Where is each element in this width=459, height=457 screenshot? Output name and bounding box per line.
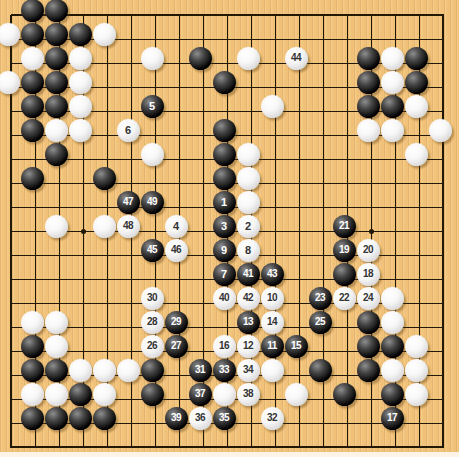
go-stone-black <box>45 71 68 94</box>
go-stone-black <box>357 359 380 382</box>
go-stone-black <box>21 95 44 118</box>
grid-line <box>275 15 276 448</box>
move-number: 21 <box>339 221 349 231</box>
go-stone-white <box>381 119 404 142</box>
move-number: 30 <box>147 293 157 303</box>
go-stone-white <box>45 311 68 334</box>
go-stone-black: 49 <box>141 191 164 214</box>
move-number: 37 <box>195 389 205 399</box>
move-number: 24 <box>363 293 373 303</box>
go-stone-black <box>69 383 92 406</box>
go-stone-black: 15 <box>285 335 308 358</box>
go-stone-white <box>69 359 92 382</box>
go-stone-white <box>357 119 380 142</box>
move-number: 29 <box>171 317 181 327</box>
go-stone-white <box>429 119 452 142</box>
go-stone-white: 46 <box>165 239 188 262</box>
go-stone-black: 29 <box>165 311 188 334</box>
go-stone-black: 27 <box>165 335 188 358</box>
move-number: 25 <box>315 317 325 327</box>
go-stone-white: 48 <box>117 215 140 238</box>
go-stone-black <box>21 335 44 358</box>
grid-line <box>323 15 324 448</box>
go-board-diagram: 4456474914843221454698192074143183040421… <box>0 0 459 457</box>
go-stone-white: 28 <box>141 311 164 334</box>
go-stone-white <box>21 47 44 70</box>
move-number: 40 <box>219 293 229 303</box>
move-number: 49 <box>147 197 157 207</box>
go-stone-white <box>213 383 236 406</box>
go-stone-black <box>309 359 332 382</box>
move-number: 27 <box>171 341 181 351</box>
go-stone-black <box>405 71 428 94</box>
go-stone-black <box>189 47 212 70</box>
move-number: 15 <box>291 341 301 351</box>
go-stone-white <box>405 359 428 382</box>
grid-line <box>11 327 444 328</box>
go-stone-black: 25 <box>309 311 332 334</box>
go-stone-white <box>381 71 404 94</box>
move-number: 48 <box>123 221 133 231</box>
go-stone-white <box>405 95 428 118</box>
move-number: 23 <box>315 293 325 303</box>
go-stone-black <box>45 23 68 46</box>
go-stone-white: 38 <box>237 383 260 406</box>
go-stone-black <box>45 0 68 22</box>
go-stone-black <box>381 383 404 406</box>
go-stone-white: 4 <box>165 215 188 238</box>
go-stone-white <box>93 215 116 238</box>
go-stone-white <box>93 383 116 406</box>
move-number: 17 <box>387 413 397 423</box>
go-stone-black <box>45 407 68 430</box>
go-stone-black: 45 <box>141 239 164 262</box>
go-stone-white <box>237 191 260 214</box>
go-stone-black <box>93 407 116 430</box>
go-stone-white <box>69 47 92 70</box>
move-number: 46 <box>171 245 181 255</box>
go-stone-black: 13 <box>237 311 260 334</box>
go-stone-black <box>45 359 68 382</box>
go-stone-white <box>381 359 404 382</box>
go-stone-black: 31 <box>189 359 212 382</box>
go-stone-white: 16 <box>213 335 236 358</box>
move-number: 5 <box>149 101 155 112</box>
move-number: 11 <box>267 341 277 351</box>
move-number: 28 <box>147 317 157 327</box>
move-number: 9 <box>221 245 227 256</box>
go-stone-white <box>45 119 68 142</box>
go-stone-white: 26 <box>141 335 164 358</box>
go-stone-black: 39 <box>165 407 188 430</box>
go-stone-white <box>237 143 260 166</box>
go-stone-white <box>45 215 68 238</box>
move-number: 12 <box>243 341 253 351</box>
go-stone-white <box>237 167 260 190</box>
go-stone-white <box>405 143 428 166</box>
go-stone-black: 3 <box>213 215 236 238</box>
go-stone-white <box>141 47 164 70</box>
go-stone-white <box>381 287 404 310</box>
move-number: 45 <box>147 245 157 255</box>
go-stone-white: 30 <box>141 287 164 310</box>
go-stone-white <box>405 335 428 358</box>
go-stone-white <box>0 71 20 94</box>
move-number: 31 <box>195 365 205 375</box>
go-stone-white <box>45 335 68 358</box>
move-number: 14 <box>267 317 277 327</box>
go-stone-white <box>285 383 308 406</box>
move-number: 41 <box>243 269 253 279</box>
move-number: 10 <box>267 293 277 303</box>
go-stone-white: 10 <box>261 287 284 310</box>
go-stone-black <box>357 71 380 94</box>
go-stone-white <box>0 23 20 46</box>
go-stone-black <box>21 167 44 190</box>
move-number: 22 <box>339 293 349 303</box>
go-stone-black <box>213 143 236 166</box>
go-stone-black: 35 <box>213 407 236 430</box>
go-stone-black <box>69 23 92 46</box>
go-stone-black <box>21 119 44 142</box>
move-number: 32 <box>267 413 277 423</box>
go-stone-white: 44 <box>285 47 308 70</box>
go-stone-black: 43 <box>261 263 284 286</box>
go-stone-black <box>21 23 44 46</box>
go-stone-black: 19 <box>333 239 356 262</box>
move-number: 35 <box>219 413 229 423</box>
move-number: 38 <box>243 389 253 399</box>
move-number: 42 <box>243 293 253 303</box>
go-stone-black <box>357 311 380 334</box>
go-stone-black: 23 <box>309 287 332 310</box>
go-stone-black: 21 <box>333 215 356 238</box>
go-stone-black: 1 <box>213 191 236 214</box>
go-stone-white: 36 <box>189 407 212 430</box>
move-number: 16 <box>219 341 229 351</box>
move-number: 8 <box>245 245 251 256</box>
go-stone-black: 37 <box>189 383 212 406</box>
go-stone-black <box>381 335 404 358</box>
go-stone-black <box>21 71 44 94</box>
go-stone-black <box>333 383 356 406</box>
move-number: 2 <box>245 221 251 232</box>
go-stone-white: 14 <box>261 311 284 334</box>
go-stone-white <box>21 383 44 406</box>
go-stone-black <box>21 0 44 22</box>
move-number: 19 <box>339 245 349 255</box>
star-point <box>81 229 86 234</box>
go-stone-white <box>93 359 116 382</box>
move-number: 3 <box>221 221 227 232</box>
move-number: 43 <box>267 269 277 279</box>
go-stone-black <box>333 263 356 286</box>
grid-line <box>442 15 444 448</box>
move-number: 7 <box>221 269 227 280</box>
move-number: 20 <box>363 245 373 255</box>
go-stone-black: 17 <box>381 407 404 430</box>
go-stone-black: 41 <box>237 263 260 286</box>
go-stone-black <box>141 383 164 406</box>
go-stone-white <box>21 311 44 334</box>
go-stone-white <box>69 119 92 142</box>
go-stone-black <box>357 335 380 358</box>
go-stone-white: 8 <box>237 239 260 262</box>
go-stone-black <box>93 167 116 190</box>
go-stone-black <box>21 359 44 382</box>
move-number: 33 <box>219 365 229 375</box>
move-number: 4 <box>173 221 179 232</box>
go-stone-white: 42 <box>237 287 260 310</box>
go-stone-black <box>213 71 236 94</box>
go-stone-white: 40 <box>213 287 236 310</box>
go-stone-black: 11 <box>261 335 284 358</box>
go-stone-black: 47 <box>117 191 140 214</box>
go-stone-black: 5 <box>141 95 164 118</box>
go-board: 4456474914843221454698192074143183040421… <box>0 0 459 452</box>
go-stone-black <box>21 407 44 430</box>
go-stone-white <box>381 311 404 334</box>
move-number: 36 <box>195 413 205 423</box>
go-stone-black <box>45 95 68 118</box>
go-stone-black <box>357 95 380 118</box>
go-stone-white <box>237 47 260 70</box>
go-stone-black <box>213 119 236 142</box>
go-stone-white: 34 <box>237 359 260 382</box>
go-stone-white <box>117 359 140 382</box>
go-stone-white: 20 <box>357 239 380 262</box>
go-stone-black <box>45 47 68 70</box>
move-number: 13 <box>243 317 253 327</box>
move-number: 47 <box>123 197 133 207</box>
move-number: 34 <box>243 365 253 375</box>
move-number: 1 <box>221 197 227 208</box>
go-stone-white: 24 <box>357 287 380 310</box>
go-stone-black <box>381 95 404 118</box>
go-stone-white <box>69 71 92 94</box>
go-stone-white <box>261 95 284 118</box>
star-point <box>369 229 374 234</box>
move-number: 44 <box>291 53 301 63</box>
go-stone-white: 32 <box>261 407 284 430</box>
go-stone-black: 9 <box>213 239 236 262</box>
go-stone-white: 6 <box>117 119 140 142</box>
go-stone-white: 18 <box>357 263 380 286</box>
go-stone-black: 7 <box>213 263 236 286</box>
grid-line <box>11 446 444 448</box>
go-stone-black <box>213 167 236 190</box>
go-stone-white: 22 <box>333 287 356 310</box>
move-number: 18 <box>363 269 373 279</box>
go-stone-white: 12 <box>237 335 260 358</box>
move-number: 39 <box>171 413 181 423</box>
go-stone-black <box>405 47 428 70</box>
go-stone-black <box>45 143 68 166</box>
go-stone-white <box>141 143 164 166</box>
go-stone-white <box>405 383 428 406</box>
go-stone-black <box>357 47 380 70</box>
go-stone-white <box>261 359 284 382</box>
go-stone-white <box>381 47 404 70</box>
go-stone-white: 2 <box>237 215 260 238</box>
go-stone-black <box>69 407 92 430</box>
go-stone-black: 33 <box>213 359 236 382</box>
go-stone-black <box>141 359 164 382</box>
go-stone-white <box>45 383 68 406</box>
move-number: 26 <box>147 341 157 351</box>
go-stone-white <box>93 23 116 46</box>
go-stone-white <box>69 95 92 118</box>
move-number: 6 <box>125 125 131 136</box>
